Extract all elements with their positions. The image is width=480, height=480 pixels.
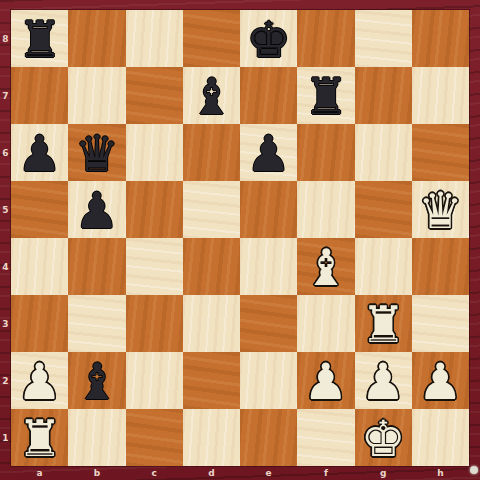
square-e6[interactable]: ♟ (240, 124, 297, 181)
piece-black-queen: ♛ (74, 129, 119, 179)
square-d7[interactable]: ♝ (183, 67, 240, 124)
square-f7[interactable]: ♜ (297, 67, 354, 124)
piece-black-rook: ♜ (303, 72, 348, 122)
square-h4[interactable] (412, 238, 469, 295)
piece-black-pawn: ♟ (17, 129, 62, 179)
rank-label-2: 2 (0, 352, 11, 409)
piece-white-king: ♚ (361, 414, 406, 464)
chess-board: ♜♚♝♜♟♛♟♟♛♝♜♟♝♟♟♟♜♚ (11, 10, 469, 466)
square-d2[interactable] (183, 352, 240, 409)
square-f1[interactable] (297, 409, 354, 466)
square-b6[interactable]: ♛ (68, 124, 125, 181)
square-g4[interactable] (355, 238, 412, 295)
rank-label-8: 8 (0, 10, 11, 67)
square-f3[interactable] (297, 295, 354, 352)
square-g1[interactable]: ♚ (355, 409, 412, 466)
square-g2[interactable]: ♟ (355, 352, 412, 409)
square-c5[interactable] (126, 181, 183, 238)
square-b4[interactable] (68, 238, 125, 295)
square-e4[interactable] (240, 238, 297, 295)
piece-white-queen: ♛ (418, 186, 463, 236)
square-c2[interactable] (126, 352, 183, 409)
file-label-h: h (412, 466, 469, 480)
square-d4[interactable] (183, 238, 240, 295)
rank-label-4: 4 (0, 238, 11, 295)
file-label-f: f (297, 466, 354, 480)
square-e8[interactable]: ♚ (240, 10, 297, 67)
square-d6[interactable] (183, 124, 240, 181)
square-e7[interactable] (240, 67, 297, 124)
square-b7[interactable] (68, 67, 125, 124)
square-a7[interactable] (11, 67, 68, 124)
rank-labels: 87654321 (0, 10, 11, 466)
piece-black-pawn: ♟ (74, 186, 119, 236)
square-d1[interactable] (183, 409, 240, 466)
file-labels: abcdefgh (11, 466, 469, 480)
file-label-a: a (11, 466, 68, 480)
square-f5[interactable] (297, 181, 354, 238)
square-c4[interactable] (126, 238, 183, 295)
piece-black-bishop: ♝ (189, 72, 234, 122)
piece-white-rook: ♜ (361, 300, 406, 350)
square-g3[interactable]: ♜ (355, 295, 412, 352)
square-h1[interactable] (412, 409, 469, 466)
square-d8[interactable] (183, 10, 240, 67)
square-c3[interactable] (126, 295, 183, 352)
piece-black-rook: ♜ (17, 15, 62, 65)
square-b1[interactable] (68, 409, 125, 466)
square-c7[interactable] (126, 67, 183, 124)
rank-label-3: 3 (0, 295, 11, 352)
piece-white-pawn: ♟ (17, 357, 62, 407)
square-e2[interactable] (240, 352, 297, 409)
square-e3[interactable] (240, 295, 297, 352)
square-d3[interactable] (183, 295, 240, 352)
square-h6[interactable] (412, 124, 469, 181)
square-c8[interactable] (126, 10, 183, 67)
piece-black-king: ♚ (246, 15, 291, 65)
square-f8[interactable] (297, 10, 354, 67)
square-g5[interactable] (355, 181, 412, 238)
square-f4[interactable]: ♝ (297, 238, 354, 295)
side-to-move-indicator (470, 466, 478, 474)
rank-label-1: 1 (0, 409, 11, 466)
square-b2[interactable]: ♝ (68, 352, 125, 409)
square-a3[interactable] (11, 295, 68, 352)
piece-black-bishop: ♝ (74, 357, 119, 407)
file-label-d: d (183, 466, 240, 480)
square-b8[interactable] (68, 10, 125, 67)
square-f6[interactable] (297, 124, 354, 181)
rank-label-6: 6 (0, 124, 11, 181)
square-g8[interactable] (355, 10, 412, 67)
square-f2[interactable]: ♟ (297, 352, 354, 409)
piece-white-rook: ♜ (17, 414, 62, 464)
file-label-c: c (126, 466, 183, 480)
square-a8[interactable]: ♜ (11, 10, 68, 67)
piece-black-pawn: ♟ (246, 129, 291, 179)
piece-white-pawn: ♟ (303, 357, 348, 407)
square-h2[interactable]: ♟ (412, 352, 469, 409)
square-h3[interactable] (412, 295, 469, 352)
square-a6[interactable]: ♟ (11, 124, 68, 181)
square-a1[interactable]: ♜ (11, 409, 68, 466)
square-a4[interactable] (11, 238, 68, 295)
file-label-b: b (68, 466, 125, 480)
square-b3[interactable] (68, 295, 125, 352)
file-label-g: g (355, 466, 412, 480)
file-label-e: e (240, 466, 297, 480)
piece-white-pawn: ♟ (361, 357, 406, 407)
chess-board-frame: 87654321 ♜♚♝♜♟♛♟♟♛♝♜♟♝♟♟♟♜♚ abcdefgh (0, 0, 480, 480)
square-h7[interactable] (412, 67, 469, 124)
square-b5[interactable]: ♟ (68, 181, 125, 238)
square-c1[interactable] (126, 409, 183, 466)
rank-label-7: 7 (0, 67, 11, 124)
piece-white-pawn: ♟ (418, 357, 463, 407)
square-h5[interactable]: ♛ (412, 181, 469, 238)
square-e5[interactable] (240, 181, 297, 238)
square-d5[interactable] (183, 181, 240, 238)
square-h8[interactable] (412, 10, 469, 67)
square-g6[interactable] (355, 124, 412, 181)
square-g7[interactable] (355, 67, 412, 124)
piece-white-bishop: ♝ (303, 243, 348, 293)
square-e1[interactable] (240, 409, 297, 466)
square-c6[interactable] (126, 124, 183, 181)
rank-label-5: 5 (0, 181, 11, 238)
square-a2[interactable]: ♟ (11, 352, 68, 409)
square-a5[interactable] (11, 181, 68, 238)
